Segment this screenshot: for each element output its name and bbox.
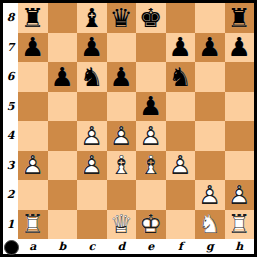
- square-g2[interactable]: ♟♙: [195, 180, 225, 210]
- square-f1[interactable]: [166, 210, 196, 240]
- piece-white-pawn[interactable]: ♟♙: [195, 180, 225, 210]
- square-f7[interactable]: ♟: [166, 33, 196, 63]
- piece-outline: ♘: [195, 210, 225, 240]
- rank-label-4: 4: [3, 121, 18, 151]
- square-a8[interactable]: ♜: [18, 3, 48, 33]
- square-a7[interactable]: ♟: [18, 33, 48, 63]
- board-inner: 8 7 6 5 4 3 2 1 ♜♝♛♚♜♟♟♟♟♟♟♞♟♞♟♟♙♟♙♟♙♟♙♟…: [3, 3, 254, 254]
- rank-label-5: 5: [3, 92, 18, 122]
- piece-black-pawn[interactable]: ♟: [225, 33, 255, 63]
- piece-outline: ♔: [136, 210, 166, 240]
- rank-label-8: 8: [3, 3, 18, 33]
- piece-outline: ♙: [77, 121, 107, 151]
- piece-outline: ♙: [195, 180, 225, 210]
- chess-board: ♜♝♛♚♜♟♟♟♟♟♟♞♟♞♟♟♙♟♙♟♙♟♙♟♙♝♗♝♗♟♙♟♙♟♙♜♖♛♕♚…: [18, 3, 254, 239]
- piece-white-knight[interactable]: ♞♘: [195, 210, 225, 240]
- file-label-f: f: [166, 239, 196, 254]
- square-g7[interactable]: ♟: [195, 33, 225, 63]
- piece-white-pawn[interactable]: ♟♙: [18, 151, 48, 181]
- piece-outline: ♙: [136, 121, 166, 151]
- square-h7[interactable]: ♟: [225, 33, 255, 63]
- piece-outline: ♙: [18, 151, 48, 181]
- square-e5[interactable]: ♟: [136, 92, 166, 122]
- rank-label-1: 1: [3, 210, 18, 240]
- square-g4[interactable]: [195, 121, 225, 151]
- square-d4[interactable]: ♟♙: [107, 121, 137, 151]
- piece-outline: ♖: [18, 210, 48, 240]
- square-a1[interactable]: ♜♖: [18, 210, 48, 240]
- square-d2[interactable]: [107, 180, 137, 210]
- file-label-g: g: [195, 239, 225, 254]
- square-h4[interactable]: [225, 121, 255, 151]
- piece-black-rook[interactable]: ♜: [225, 3, 255, 33]
- piece-white-rook[interactable]: ♜♖: [18, 210, 48, 240]
- piece-white-bishop[interactable]: ♝♗: [107, 151, 137, 181]
- square-h8[interactable]: ♜: [225, 3, 255, 33]
- piece-outline: ♙: [107, 121, 137, 151]
- piece-black-rook[interactable]: ♜: [18, 3, 48, 33]
- square-c7[interactable]: ♟: [77, 33, 107, 63]
- square-b1[interactable]: [48, 210, 78, 240]
- square-f3[interactable]: ♟♙: [166, 151, 196, 181]
- square-e1[interactable]: ♚♔: [136, 210, 166, 240]
- piece-black-pawn[interactable]: ♟: [107, 62, 137, 92]
- piece-black-king[interactable]: ♚: [136, 3, 166, 33]
- square-a5[interactable]: [18, 92, 48, 122]
- piece-black-pawn[interactable]: ♟: [18, 33, 48, 63]
- rank-label-7: 7: [3, 33, 18, 63]
- piece-white-pawn[interactable]: ♟♙: [225, 180, 255, 210]
- piece-white-pawn[interactable]: ♟♙: [77, 151, 107, 181]
- piece-white-rook[interactable]: ♜♖: [225, 210, 255, 240]
- square-b4[interactable]: [48, 121, 78, 151]
- square-h6[interactable]: [225, 62, 255, 92]
- square-g5[interactable]: [195, 92, 225, 122]
- piece-black-pawn[interactable]: ♟: [48, 62, 78, 92]
- piece-outline: ♙: [225, 180, 255, 210]
- square-g3[interactable]: [195, 151, 225, 181]
- piece-black-knight[interactable]: ♞: [166, 62, 196, 92]
- rank-label-2: 2: [3, 180, 18, 210]
- square-c5[interactable]: [77, 92, 107, 122]
- square-a2[interactable]: [18, 180, 48, 210]
- piece-black-pawn[interactable]: ♟: [166, 33, 196, 63]
- square-a3[interactable]: ♟♙: [18, 151, 48, 181]
- square-g6[interactable]: [195, 62, 225, 92]
- file-label-b: b: [48, 239, 78, 254]
- square-e6[interactable]: [136, 62, 166, 92]
- piece-white-pawn[interactable]: ♟♙: [77, 121, 107, 151]
- square-b5[interactable]: [48, 92, 78, 122]
- square-h3[interactable]: [225, 151, 255, 181]
- piece-outline: ♗: [107, 151, 137, 181]
- square-c8[interactable]: ♝: [77, 3, 107, 33]
- square-e8[interactable]: ♚: [136, 3, 166, 33]
- file-label-d: d: [107, 239, 137, 254]
- piece-black-knight[interactable]: ♞: [77, 62, 107, 92]
- square-f2[interactable]: [166, 180, 196, 210]
- file-label-a: a: [18, 239, 48, 254]
- square-g1[interactable]: ♞♘: [195, 210, 225, 240]
- square-c1[interactable]: [77, 210, 107, 240]
- rank-label-3: 3: [3, 151, 18, 181]
- square-d3[interactable]: ♝♗: [107, 151, 137, 181]
- piece-white-king[interactable]: ♚♔: [136, 210, 166, 240]
- square-h1[interactable]: ♜♖: [225, 210, 255, 240]
- piece-black-bishop[interactable]: ♝: [77, 3, 107, 33]
- chessboard-frame: 8 7 6 5 4 3 2 1 ♜♝♛♚♜♟♟♟♟♟♟♞♟♞♟♟♙♟♙♟♙♟♙♟…: [0, 0, 257, 257]
- square-f6[interactable]: ♞: [166, 62, 196, 92]
- piece-outline: ♗: [136, 151, 166, 181]
- square-d7[interactable]: [107, 33, 137, 63]
- square-b7[interactable]: [48, 33, 78, 63]
- square-b3[interactable]: [48, 151, 78, 181]
- square-b2[interactable]: [48, 180, 78, 210]
- piece-outline: ♖: [225, 210, 255, 240]
- file-label-e: e: [136, 239, 166, 254]
- square-e7[interactable]: [136, 33, 166, 63]
- rank-labels: 8 7 6 5 4 3 2 1: [3, 3, 18, 239]
- black-to-move-indicator: [4, 240, 19, 255]
- piece-white-pawn[interactable]: ♟♙: [136, 121, 166, 151]
- piece-black-pawn[interactable]: ♟: [136, 92, 166, 122]
- square-h2[interactable]: ♟♙: [225, 180, 255, 210]
- square-f5[interactable]: [166, 92, 196, 122]
- square-c2[interactable]: [77, 180, 107, 210]
- piece-black-pawn[interactable]: ♟: [195, 33, 225, 63]
- piece-black-pawn[interactable]: ♟: [77, 33, 107, 63]
- piece-outline: ♙: [77, 151, 107, 181]
- piece-black-queen[interactable]: ♛: [107, 3, 137, 33]
- file-labels: a b c d e f g h: [18, 239, 254, 254]
- piece-outline: ♙: [166, 151, 196, 181]
- piece-white-pawn[interactable]: ♟♙: [166, 151, 196, 181]
- square-b6[interactable]: ♟: [48, 62, 78, 92]
- square-e2[interactable]: [136, 180, 166, 210]
- square-e4[interactable]: ♟♙: [136, 121, 166, 151]
- square-e3[interactable]: ♝♗: [136, 151, 166, 181]
- square-g8[interactable]: [195, 3, 225, 33]
- piece-outline: ♕: [107, 210, 137, 240]
- piece-white-queen[interactable]: ♛♕: [107, 210, 137, 240]
- square-c3[interactable]: ♟♙: [77, 151, 107, 181]
- rank-label-6: 6: [3, 62, 18, 92]
- square-c6[interactable]: ♞: [77, 62, 107, 92]
- square-f4[interactable]: [166, 121, 196, 151]
- square-a4[interactable]: [18, 121, 48, 151]
- square-a6[interactable]: [18, 62, 48, 92]
- square-b8[interactable]: [48, 3, 78, 33]
- piece-white-pawn[interactable]: ♟♙: [107, 121, 137, 151]
- file-label-h: h: [225, 239, 255, 254]
- piece-white-bishop[interactable]: ♝♗: [136, 151, 166, 181]
- square-d6[interactable]: ♟: [107, 62, 137, 92]
- square-d5[interactable]: [107, 92, 137, 122]
- square-c4[interactable]: ♟♙: [77, 121, 107, 151]
- square-d8[interactable]: ♛: [107, 3, 137, 33]
- square-f8[interactable]: [166, 3, 196, 33]
- square-h5[interactable]: [225, 92, 255, 122]
- square-d1[interactable]: ♛♕: [107, 210, 137, 240]
- file-label-c: c: [77, 239, 107, 254]
